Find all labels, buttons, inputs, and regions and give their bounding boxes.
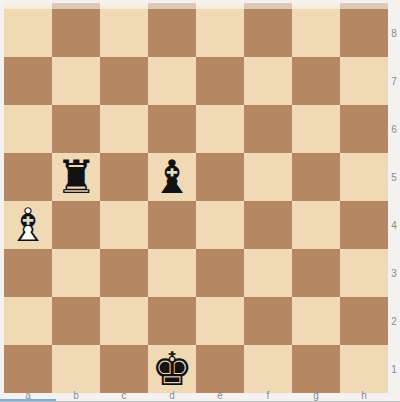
- square-e3[interactable]: [196, 249, 244, 297]
- file-label-c: c: [100, 392, 148, 400]
- square-f4[interactable]: [244, 201, 292, 249]
- square-g7[interactable]: [292, 57, 340, 105]
- square-b2[interactable]: [52, 297, 100, 345]
- square-h5[interactable]: [340, 153, 388, 201]
- rank-label-3: 3: [388, 249, 400, 297]
- square-f3[interactable]: [244, 249, 292, 297]
- square-h4[interactable]: [340, 201, 388, 249]
- square-f5[interactable]: [244, 153, 292, 201]
- square-f6[interactable]: [244, 105, 292, 153]
- square-c4[interactable]: [100, 201, 148, 249]
- square-e8[interactable]: [196, 9, 244, 57]
- square-c3[interactable]: [100, 249, 148, 297]
- rank-label-4: 4: [388, 201, 400, 249]
- square-a8[interactable]: [4, 9, 52, 57]
- square-f8[interactable]: [244, 9, 292, 57]
- file-labels: abcdefgh: [4, 392, 388, 400]
- square-d4[interactable]: [148, 201, 196, 249]
- square-h1[interactable]: [340, 345, 388, 393]
- square-d7[interactable]: [148, 57, 196, 105]
- square-g2[interactable]: [292, 297, 340, 345]
- square-g3[interactable]: [292, 249, 340, 297]
- square-g6[interactable]: [292, 105, 340, 153]
- square-c1[interactable]: [100, 345, 148, 393]
- square-h7[interactable]: [340, 57, 388, 105]
- rank-label-6: 6: [388, 105, 400, 153]
- file-label-h: h: [340, 392, 388, 400]
- page: { "game": "chess", "position": { "fen": …: [0, 0, 400, 402]
- square-e1[interactable]: [196, 345, 244, 393]
- square-f2[interactable]: [244, 297, 292, 345]
- square-b5[interactable]: ♜: [52, 153, 100, 201]
- square-g8[interactable]: [292, 9, 340, 57]
- square-d1[interactable]: ♚: [148, 345, 196, 393]
- square-h2[interactable]: [340, 297, 388, 345]
- file-label-e: e: [196, 392, 244, 400]
- square-h8[interactable]: [340, 9, 388, 57]
- square-c8[interactable]: [100, 9, 148, 57]
- black-king[interactable]: ♚: [148, 345, 196, 393]
- square-b3[interactable]: [52, 249, 100, 297]
- square-b8[interactable]: [52, 9, 100, 57]
- square-h3[interactable]: [340, 249, 388, 297]
- square-b7[interactable]: [52, 57, 100, 105]
- square-e2[interactable]: [196, 297, 244, 345]
- chess-board: ♜♝♝♗♚: [4, 9, 388, 393]
- rank-label-8: 8: [388, 9, 400, 57]
- square-g5[interactable]: [292, 153, 340, 201]
- white-bishop[interactable]: ♝♗: [4, 201, 52, 249]
- file-label-g: g: [292, 392, 340, 400]
- rank-label-2: 2: [388, 297, 400, 345]
- rank-label-1: 1: [388, 345, 400, 393]
- black-bishop[interactable]: ♝: [148, 153, 196, 201]
- square-a7[interactable]: [4, 57, 52, 105]
- file-label-f: f: [244, 392, 292, 400]
- square-b4[interactable]: [52, 201, 100, 249]
- scrollbar-thumb[interactable]: [0, 399, 56, 402]
- square-c7[interactable]: [100, 57, 148, 105]
- square-h6[interactable]: [340, 105, 388, 153]
- square-a2[interactable]: [4, 297, 52, 345]
- square-b1[interactable]: [52, 345, 100, 393]
- square-e4[interactable]: [196, 201, 244, 249]
- square-g1[interactable]: [292, 345, 340, 393]
- square-c2[interactable]: [100, 297, 148, 345]
- white-piece-outline-layer: ♗: [4, 201, 52, 249]
- square-d2[interactable]: [148, 297, 196, 345]
- square-e6[interactable]: [196, 105, 244, 153]
- square-d6[interactable]: [148, 105, 196, 153]
- square-d8[interactable]: [148, 9, 196, 57]
- square-c6[interactable]: [100, 105, 148, 153]
- square-c5[interactable]: [100, 153, 148, 201]
- square-d5[interactable]: ♝: [148, 153, 196, 201]
- square-b6[interactable]: [52, 105, 100, 153]
- square-e5[interactable]: [196, 153, 244, 201]
- square-a5[interactable]: [4, 153, 52, 201]
- rank-labels: 87654321: [388, 9, 400, 393]
- rank-label-7: 7: [388, 57, 400, 105]
- square-d3[interactable]: [148, 249, 196, 297]
- square-a3[interactable]: [4, 249, 52, 297]
- file-label-d: d: [148, 392, 196, 400]
- square-g4[interactable]: [292, 201, 340, 249]
- black-rook[interactable]: ♜: [52, 153, 100, 201]
- square-f1[interactable]: [244, 345, 292, 393]
- file-label-b: b: [52, 392, 100, 400]
- square-e7[interactable]: [196, 57, 244, 105]
- square-a6[interactable]: [4, 105, 52, 153]
- square-f7[interactable]: [244, 57, 292, 105]
- square-a4[interactable]: ♝♗: [4, 201, 52, 249]
- rank-label-5: 5: [388, 153, 400, 201]
- square-a1[interactable]: [4, 345, 52, 393]
